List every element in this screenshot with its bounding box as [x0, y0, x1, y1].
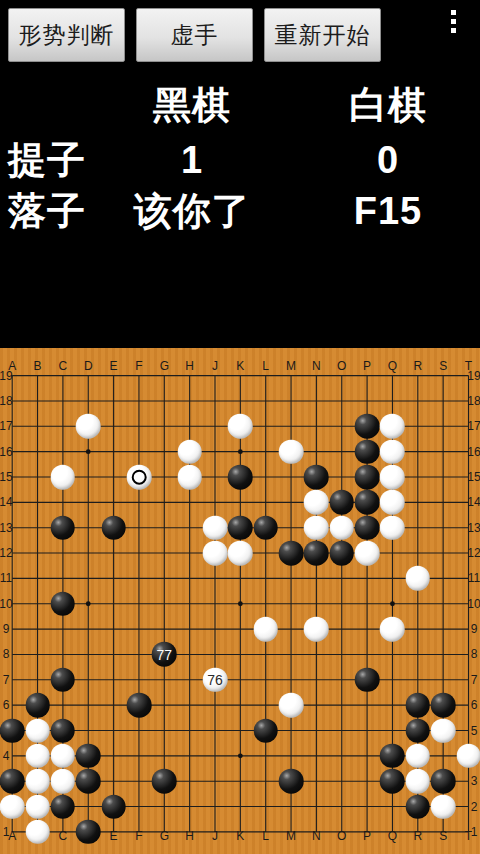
row-label-right: 2 — [471, 801, 478, 813]
black-stone-S3 — [431, 769, 456, 794]
white-stone-Q9 — [380, 617, 405, 642]
go-board[interactable]: AABBCCDDEEFFGGHHJJKKLLMMNNOOPPQQRRSSTT19… — [0, 348, 480, 854]
row-label-right: 17 — [467, 420, 480, 432]
black-column-header: 黑棋 — [153, 80, 231, 131]
black-stone-P13 — [355, 515, 380, 540]
black-stone-C7 — [51, 668, 76, 693]
white-stone-N14 — [304, 490, 329, 515]
white-captures-value: 0 — [377, 139, 399, 182]
row-label-left: 10 — [0, 598, 13, 610]
black-stone-P17 — [355, 414, 380, 439]
row-label-left: 16 — [0, 446, 13, 458]
column-label-bottom: H — [185, 830, 194, 842]
row-label-left: 14 — [0, 496, 13, 508]
star-point — [86, 449, 91, 454]
white-stone-B2 — [25, 794, 50, 819]
column-label-top: Q — [388, 360, 397, 372]
row-label-left: 11 — [0, 572, 12, 584]
column-label-bottom: G — [160, 830, 169, 842]
black-stone-B6 — [25, 693, 50, 718]
white-stone-C3 — [51, 769, 76, 794]
row-label-left: 15 — [0, 471, 13, 483]
row-label-left: 9 — [3, 623, 10, 635]
white-stone-J12 — [203, 541, 228, 566]
toolbar: 形势判断 虚手 重新开始 — [8, 8, 381, 62]
column-label-top: N — [312, 360, 321, 372]
row-label-left: 4 — [3, 750, 10, 762]
white-stone-K17 — [228, 414, 253, 439]
star-point — [238, 753, 243, 758]
white-stone-B3 — [25, 769, 50, 794]
white-stone-S2 — [431, 794, 456, 819]
column-label-bottom: N — [312, 830, 321, 842]
row-label-right: 16 — [467, 446, 480, 458]
black-stone-O12 — [329, 541, 354, 566]
black-stone-S6 — [431, 693, 456, 718]
black-stone-D1 — [76, 820, 101, 845]
column-label-top: F — [135, 360, 142, 372]
last-move-row-label: 落子 — [8, 186, 86, 237]
restart-button[interactable]: 重新开始 — [264, 8, 381, 62]
black-stone-C13 — [51, 515, 76, 540]
column-label-top: R — [413, 360, 422, 372]
column-label-bottom: Q — [388, 830, 397, 842]
black-stone-F6 — [127, 693, 152, 718]
white-stone-S5 — [431, 718, 456, 743]
row-label-right: 9 — [471, 623, 478, 635]
row-label-left: 17 — [0, 420, 13, 432]
white-stone-R4 — [406, 744, 431, 769]
row-label-right: 12 — [467, 547, 480, 559]
column-label-bottom: M — [286, 830, 296, 842]
white-stone-C4 — [51, 744, 76, 769]
column-label-top: M — [286, 360, 296, 372]
black-stone-A3 — [0, 769, 24, 794]
row-label-right: 19 — [467, 370, 480, 382]
black-stone-D4 — [76, 744, 101, 769]
white-stone-B4 — [25, 744, 50, 769]
column-label-top: D — [84, 360, 93, 372]
column-label-top: J — [212, 360, 218, 372]
white-stone-N9 — [304, 617, 329, 642]
black-stone-R5 — [406, 718, 431, 743]
white-stone-J7: 76 — [203, 668, 228, 693]
black-stone-N12 — [304, 541, 329, 566]
white-stone-H16 — [177, 439, 202, 464]
black-stone-P7 — [355, 668, 380, 693]
white-stone-Q14 — [380, 490, 405, 515]
black-stone-Q3 — [380, 769, 405, 794]
dot-icon — [451, 19, 456, 24]
judge-position-button[interactable]: 形势判断 — [8, 8, 125, 62]
black-stone-C10 — [51, 591, 76, 616]
black-captures-value: 1 — [181, 139, 203, 182]
white-stone-Q15 — [380, 465, 405, 490]
row-label-right: 18 — [467, 395, 480, 407]
column-label-top: E — [110, 360, 118, 372]
black-stone-L5 — [253, 718, 278, 743]
captures-row-label: 提子 — [8, 135, 86, 186]
black-stone-O14 — [329, 490, 354, 515]
white-stone-J13 — [203, 515, 228, 540]
row-label-left: 1 — [3, 826, 10, 838]
white-stone-H15 — [177, 465, 202, 490]
column-label-top: C — [59, 360, 68, 372]
row-label-right: 1 — [471, 826, 478, 838]
dot-icon — [451, 10, 456, 15]
black-stone-C5 — [51, 718, 76, 743]
column-label-top: P — [363, 360, 371, 372]
white-stone-O13 — [329, 515, 354, 540]
row-label-right: 15 — [467, 471, 480, 483]
white-stone-R11 — [406, 566, 431, 591]
star-point — [238, 601, 243, 606]
go-app-screen: 形势判断 虚手 重新开始 黑棋 白棋 提子 1 0 落子 该你了 F15 AAB… — [0, 0, 480, 854]
column-label-top: S — [439, 360, 447, 372]
black-stone-P14 — [355, 490, 380, 515]
row-label-left: 8 — [3, 648, 10, 660]
white-stone-P12 — [355, 541, 380, 566]
row-label-right: 6 — [471, 699, 478, 711]
white-stone-M6 — [279, 693, 304, 718]
column-label-bottom: C — [59, 830, 68, 842]
white-stone-Q13 — [380, 515, 405, 540]
black-stone-G8: 77 — [152, 642, 177, 667]
black-stone-R6 — [406, 693, 431, 718]
pass-button[interactable]: 虚手 — [136, 8, 253, 62]
white-stone-B5 — [25, 718, 50, 743]
white-column-header: 白棋 — [349, 80, 427, 131]
white-stone-C15 — [51, 465, 76, 490]
row-label-right: 13 — [467, 522, 480, 534]
black-stone-M3 — [279, 769, 304, 794]
column-label-top: B — [34, 360, 42, 372]
move-number-label: 76 — [207, 673, 223, 687]
black-stone-M12 — [279, 541, 304, 566]
row-label-left: 12 — [0, 547, 13, 559]
row-label-left: 18 — [0, 395, 13, 407]
white-last-move-value: F15 — [354, 190, 422, 233]
black-stone-R2 — [406, 794, 431, 819]
white-stone-A2 — [0, 794, 24, 819]
last-move-marker-icon — [131, 470, 146, 485]
column-label-bottom: J — [212, 830, 218, 842]
column-label-bottom: O — [337, 830, 346, 842]
black-stone-C2 — [51, 794, 76, 819]
column-label-bottom: R — [413, 830, 422, 842]
white-stone-T4 — [456, 744, 480, 769]
column-label-top: K — [236, 360, 244, 372]
row-label-right: 14 — [467, 496, 480, 508]
column-label-bottom: S — [439, 830, 447, 842]
column-label-top: H — [185, 360, 194, 372]
column-label-top: G — [160, 360, 169, 372]
black-stone-K15 — [228, 465, 253, 490]
column-label-top: L — [262, 360, 269, 372]
star-point — [390, 601, 395, 606]
row-label-left: 7 — [3, 674, 10, 686]
overflow-menu-icon[interactable] — [451, 10, 461, 37]
white-stone-B1 — [25, 820, 50, 845]
row-label-left: 6 — [3, 699, 10, 711]
white-stone-K12 — [228, 541, 253, 566]
black-stone-E13 — [101, 515, 126, 540]
column-label-bottom: P — [363, 830, 371, 842]
black-stone-E2 — [101, 794, 126, 819]
black-stone-L13 — [253, 515, 278, 540]
move-number-label: 77 — [157, 647, 173, 661]
black-stone-P16 — [355, 439, 380, 464]
row-label-right: 10 — [467, 598, 480, 610]
column-label-top: O — [337, 360, 346, 372]
row-label-left: 13 — [0, 522, 13, 534]
row-label-right: 8 — [471, 648, 478, 660]
white-stone-R3 — [406, 769, 431, 794]
star-point — [86, 601, 91, 606]
black-stone-Q4 — [380, 744, 405, 769]
black-stone-P15 — [355, 465, 380, 490]
column-label-bottom: L — [262, 830, 269, 842]
row-label-right: 5 — [471, 725, 478, 737]
white-stone-M16 — [279, 439, 304, 464]
black-stone-N15 — [304, 465, 329, 490]
white-stone-L9 — [253, 617, 278, 642]
black-stone-G3 — [152, 769, 177, 794]
white-stone-Q17 — [380, 414, 405, 439]
row-label-right: 11 — [468, 572, 480, 584]
row-label-right: 7 — [471, 674, 478, 686]
black-last-move-value: 该你了 — [134, 186, 251, 237]
star-point — [238, 449, 243, 454]
row-label-right: 3 — [471, 775, 478, 787]
row-label-left: 19 — [0, 370, 13, 382]
white-stone-D17 — [76, 414, 101, 439]
black-stone-A5 — [0, 718, 24, 743]
white-stone-Q16 — [380, 439, 405, 464]
dot-icon — [451, 28, 456, 33]
column-label-bottom: F — [135, 830, 142, 842]
white-stone-F15 — [127, 465, 152, 490]
black-stone-K13 — [228, 515, 253, 540]
black-stone-D3 — [76, 769, 101, 794]
column-label-bottom: E — [110, 830, 118, 842]
column-label-bottom: K — [236, 830, 244, 842]
white-stone-N13 — [304, 515, 329, 540]
